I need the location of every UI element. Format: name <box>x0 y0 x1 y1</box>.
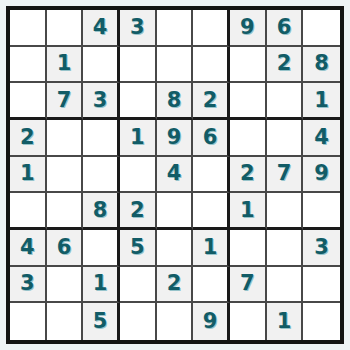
cell-r8c9[interactable] <box>303 267 340 304</box>
cell-r3c3[interactable]: 3 <box>83 83 120 120</box>
cell-r3c2[interactable]: 7 <box>47 83 84 120</box>
cell-r1c4[interactable]: 3 <box>120 10 157 47</box>
cell-r2c1[interactable] <box>10 47 47 84</box>
cell-r6c5[interactable] <box>157 193 194 230</box>
cell-r8c7[interactable]: 7 <box>230 267 267 304</box>
cell-r9c3[interactable]: 5 <box>83 303 120 340</box>
cell-r9c9[interactable] <box>303 303 340 340</box>
cell-r1c3[interactable]: 4 <box>83 10 120 47</box>
cell-r2c5[interactable] <box>157 47 194 84</box>
cell-r9c2[interactable] <box>47 303 84 340</box>
cell-r7c8[interactable] <box>267 230 304 267</box>
cell-r6c3[interactable]: 8 <box>83 193 120 230</box>
cell-r9c8[interactable]: 1 <box>267 303 304 340</box>
cell-r2c4[interactable] <box>120 47 157 84</box>
cell-r4c9[interactable]: 4 <box>303 120 340 157</box>
cell-r5c5[interactable]: 4 <box>157 157 194 194</box>
cell-r7c4[interactable]: 5 <box>120 230 157 267</box>
cell-r2c7[interactable] <box>230 47 267 84</box>
cell-r3c7[interactable] <box>230 83 267 120</box>
cell-r8c4[interactable] <box>120 267 157 304</box>
cell-r4c5[interactable]: 9 <box>157 120 194 157</box>
cell-r5c9[interactable]: 9 <box>303 157 340 194</box>
cell-r8c6[interactable] <box>193 267 230 304</box>
cell-r2c9[interactable]: 8 <box>303 47 340 84</box>
cell-r6c1[interactable] <box>10 193 47 230</box>
cell-r6c2[interactable] <box>47 193 84 230</box>
cell-r3c5[interactable]: 8 <box>157 83 194 120</box>
cell-r9c4[interactable] <box>120 303 157 340</box>
cell-r7c1[interactable]: 4 <box>10 230 47 267</box>
cell-r8c5[interactable]: 2 <box>157 267 194 304</box>
cell-r9c1[interactable] <box>10 303 47 340</box>
cell-r1c2[interactable] <box>47 10 84 47</box>
cell-r3c8[interactable] <box>267 83 304 120</box>
cell-r6c8[interactable] <box>267 193 304 230</box>
cell-r4c6[interactable]: 6 <box>193 120 230 157</box>
cell-r7c3[interactable] <box>83 230 120 267</box>
cell-r3c4[interactable] <box>120 83 157 120</box>
cell-r2c2[interactable]: 1 <box>47 47 84 84</box>
cell-r7c7[interactable] <box>230 230 267 267</box>
cell-r4c1[interactable]: 2 <box>10 120 47 157</box>
cell-r4c2[interactable] <box>47 120 84 157</box>
cell-r3c1[interactable] <box>10 83 47 120</box>
cell-r5c3[interactable] <box>83 157 120 194</box>
cell-r6c9[interactable] <box>303 193 340 230</box>
sudoku-board: 4396128738212196414279821465133127591 <box>6 6 344 344</box>
cell-r2c6[interactable] <box>193 47 230 84</box>
cell-r2c3[interactable] <box>83 47 120 84</box>
cell-r2c8[interactable]: 2 <box>267 47 304 84</box>
sudoku-page: 4396128738212196414279821465133127591 <box>0 0 350 350</box>
cell-r4c4[interactable]: 1 <box>120 120 157 157</box>
cell-r6c6[interactable] <box>193 193 230 230</box>
cell-r7c9[interactable]: 3 <box>303 230 340 267</box>
cell-r1c5[interactable] <box>157 10 194 47</box>
cell-r5c6[interactable] <box>193 157 230 194</box>
cell-r1c6[interactable] <box>193 10 230 47</box>
cell-r5c2[interactable] <box>47 157 84 194</box>
cell-r9c5[interactable] <box>157 303 194 340</box>
cell-r9c7[interactable] <box>230 303 267 340</box>
cell-r5c1[interactable]: 1 <box>10 157 47 194</box>
cell-r3c9[interactable]: 1 <box>303 83 340 120</box>
cell-r6c7[interactable]: 1 <box>230 193 267 230</box>
cell-r5c7[interactable]: 2 <box>230 157 267 194</box>
cell-r8c8[interactable] <box>267 267 304 304</box>
cell-r1c8[interactable]: 6 <box>267 10 304 47</box>
cell-r5c4[interactable] <box>120 157 157 194</box>
cell-r8c3[interactable]: 1 <box>83 267 120 304</box>
cell-r4c8[interactable] <box>267 120 304 157</box>
cell-r7c5[interactable] <box>157 230 194 267</box>
cell-r6c4[interactable]: 2 <box>120 193 157 230</box>
cell-r1c7[interactable]: 9 <box>230 10 267 47</box>
cell-r8c1[interactable]: 3 <box>10 267 47 304</box>
cell-r4c3[interactable] <box>83 120 120 157</box>
cell-r4c7[interactable] <box>230 120 267 157</box>
cell-r7c6[interactable]: 1 <box>193 230 230 267</box>
cell-r5c8[interactable]: 7 <box>267 157 304 194</box>
cell-r1c9[interactable] <box>303 10 340 47</box>
cell-r7c2[interactable]: 6 <box>47 230 84 267</box>
cell-r8c2[interactable] <box>47 267 84 304</box>
cell-r3c6[interactable]: 2 <box>193 83 230 120</box>
cell-r9c6[interactable]: 9 <box>193 303 230 340</box>
cell-r1c1[interactable] <box>10 10 47 47</box>
